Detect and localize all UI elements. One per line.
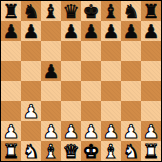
piece-black-pawn[interactable]: ♟	[22, 21, 39, 41]
square-d3[interactable]	[61, 101, 81, 121]
square-c1[interactable]: ♝	[41, 141, 61, 161]
square-e8[interactable]: ♚	[81, 1, 101, 21]
square-b4[interactable]	[21, 81, 41, 101]
piece-white-pawn[interactable]: ♟	[2, 121, 19, 141]
piece-black-bishop[interactable]: ♝	[42, 1, 59, 21]
piece-black-knight[interactable]: ♞	[122, 1, 139, 21]
square-d1[interactable]: ♛	[61, 141, 81, 161]
square-e3[interactable]	[81, 101, 101, 121]
square-c2[interactable]: ♟	[41, 121, 61, 141]
square-c5[interactable]: ♟	[41, 61, 61, 81]
square-b2[interactable]	[21, 121, 41, 141]
square-c3[interactable]	[41, 101, 61, 121]
square-e7[interactable]: ♟	[81, 21, 101, 41]
square-f2[interactable]: ♟	[101, 121, 121, 141]
square-a2[interactable]: ♟	[1, 121, 21, 141]
piece-white-knight[interactable]: ♞	[122, 141, 139, 161]
square-c7[interactable]	[41, 21, 61, 41]
square-f5[interactable]	[101, 61, 121, 81]
piece-black-pawn[interactable]: ♟	[122, 21, 139, 41]
square-d5[interactable]	[61, 61, 81, 81]
piece-white-pawn[interactable]: ♟	[42, 121, 59, 141]
piece-black-bishop[interactable]: ♝	[102, 1, 119, 21]
square-h2[interactable]: ♟	[141, 121, 161, 141]
chess-board: ♜♞♝♛♚♝♞♜♟♟♟♟♟♟♟♟♟♟♟♟♟♟♟♟♜♞♝♛♚♝♞♜	[0, 0, 162, 162]
piece-white-knight[interactable]: ♞	[22, 141, 39, 161]
piece-white-pawn[interactable]: ♟	[102, 121, 119, 141]
square-a1[interactable]: ♜	[1, 141, 21, 161]
square-g2[interactable]: ♟	[121, 121, 141, 141]
square-f3[interactable]	[101, 101, 121, 121]
square-g6[interactable]	[121, 41, 141, 61]
square-e1[interactable]: ♚	[81, 141, 101, 161]
square-g7[interactable]: ♟	[121, 21, 141, 41]
square-f7[interactable]: ♟	[101, 21, 121, 41]
piece-white-pawn[interactable]: ♟	[62, 121, 79, 141]
square-g4[interactable]	[121, 81, 141, 101]
piece-black-pawn[interactable]: ♟	[102, 21, 119, 41]
square-a6[interactable]	[1, 41, 21, 61]
square-h5[interactable]	[141, 61, 161, 81]
square-d6[interactable]	[61, 41, 81, 61]
square-d2[interactable]: ♟	[61, 121, 81, 141]
square-d7[interactable]: ♟	[61, 21, 81, 41]
square-a8[interactable]: ♜	[1, 1, 21, 21]
piece-white-queen[interactable]: ♛	[62, 141, 79, 161]
square-c8[interactable]: ♝	[41, 1, 61, 21]
square-b7[interactable]: ♟	[21, 21, 41, 41]
square-b3[interactable]: ♟	[21, 101, 41, 121]
square-h7[interactable]: ♟	[141, 21, 161, 41]
square-c6[interactable]	[41, 41, 61, 61]
square-c4[interactable]	[41, 81, 61, 101]
square-a4[interactable]	[1, 81, 21, 101]
piece-white-pawn[interactable]: ♟	[142, 121, 159, 141]
square-h8[interactable]: ♜	[141, 1, 161, 21]
piece-white-rook[interactable]: ♜	[2, 141, 19, 161]
square-g1[interactable]: ♞	[121, 141, 141, 161]
square-e5[interactable]	[81, 61, 101, 81]
square-d4[interactable]	[61, 81, 81, 101]
square-g3[interactable]	[121, 101, 141, 121]
piece-black-pawn[interactable]: ♟	[2, 21, 19, 41]
square-a7[interactable]: ♟	[1, 21, 21, 41]
piece-black-pawn[interactable]: ♟	[42, 61, 59, 81]
square-g8[interactable]: ♞	[121, 1, 141, 21]
square-b1[interactable]: ♞	[21, 141, 41, 161]
square-e2[interactable]: ♟	[81, 121, 101, 141]
piece-white-bishop[interactable]: ♝	[42, 141, 59, 161]
piece-black-pawn[interactable]: ♟	[62, 21, 79, 41]
piece-black-rook[interactable]: ♜	[142, 1, 159, 21]
piece-black-knight[interactable]: ♞	[22, 1, 39, 21]
piece-white-pawn[interactable]: ♟	[122, 121, 139, 141]
square-b8[interactable]: ♞	[21, 1, 41, 21]
square-a3[interactable]	[1, 101, 21, 121]
square-f6[interactable]	[101, 41, 121, 61]
piece-black-rook[interactable]: ♜	[2, 1, 19, 21]
square-d8[interactable]: ♛	[61, 1, 81, 21]
piece-white-rook[interactable]: ♜	[142, 141, 159, 161]
square-h1[interactable]: ♜	[141, 141, 161, 161]
piece-white-bishop[interactable]: ♝	[102, 141, 119, 161]
piece-white-pawn[interactable]: ♟	[22, 101, 39, 121]
piece-white-pawn[interactable]: ♟	[82, 121, 99, 141]
piece-black-king[interactable]: ♚	[82, 1, 99, 21]
square-h6[interactable]	[141, 41, 161, 61]
square-a5[interactable]	[1, 61, 21, 81]
square-f4[interactable]	[101, 81, 121, 101]
piece-white-king[interactable]: ♚	[82, 141, 99, 161]
piece-black-queen[interactable]: ♛	[62, 1, 79, 21]
square-e4[interactable]	[81, 81, 101, 101]
square-f8[interactable]: ♝	[101, 1, 121, 21]
square-e6[interactable]	[81, 41, 101, 61]
piece-black-pawn[interactable]: ♟	[82, 21, 99, 41]
piece-black-pawn[interactable]: ♟	[142, 21, 159, 41]
square-f1[interactable]: ♝	[101, 141, 121, 161]
square-h3[interactable]	[141, 101, 161, 121]
square-b5[interactable]	[21, 61, 41, 81]
square-g5[interactable]	[121, 61, 141, 81]
square-b6[interactable]	[21, 41, 41, 61]
square-h4[interactable]	[141, 81, 161, 101]
